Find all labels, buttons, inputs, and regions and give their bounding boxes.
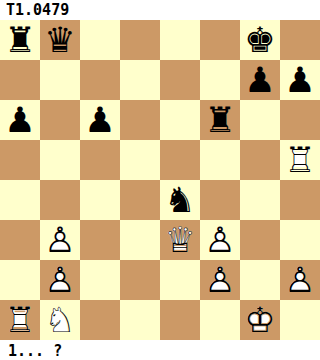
move-prompt: 1... ?: [0, 340, 320, 360]
piece-glyph: ♚: [240, 20, 280, 60]
square-d3[interactable]: [120, 220, 160, 260]
square-d6[interactable]: [120, 100, 160, 140]
white-knight[interactable]: ♞♘: [40, 300, 80, 340]
square-f1[interactable]: [200, 300, 240, 340]
square-h4[interactable]: [280, 180, 320, 220]
square-h7[interactable]: ♟: [280, 60, 320, 100]
black-pawn[interactable]: ♟: [0, 100, 40, 140]
white-pawn[interactable]: ♟♙: [200, 220, 240, 260]
black-pawn[interactable]: ♟: [80, 100, 120, 140]
piece-glyph: ♞: [160, 180, 200, 220]
white-pawn[interactable]: ♟♙: [40, 220, 80, 260]
piece-glyph: ♜: [200, 100, 240, 140]
square-f6[interactable]: ♜: [200, 100, 240, 140]
square-d7[interactable]: [120, 60, 160, 100]
square-e3[interactable]: ♛♕: [160, 220, 200, 260]
square-c3[interactable]: [80, 220, 120, 260]
square-f8[interactable]: [200, 20, 240, 60]
square-e6[interactable]: [160, 100, 200, 140]
white-king[interactable]: ♚♔: [240, 300, 280, 340]
square-g5[interactable]: [240, 140, 280, 180]
square-d4[interactable]: [120, 180, 160, 220]
black-knight[interactable]: ♞: [160, 180, 200, 220]
piece-glyph-outline: ♔: [240, 300, 280, 340]
square-b1[interactable]: ♞♘: [40, 300, 80, 340]
square-a6[interactable]: ♟: [0, 100, 40, 140]
piece-glyph-outline: ♕: [160, 220, 200, 260]
square-a7[interactable]: [0, 60, 40, 100]
square-e2[interactable]: [160, 260, 200, 300]
piece-glyph-outline: ♖: [0, 300, 40, 340]
square-a3[interactable]: [0, 220, 40, 260]
square-e4[interactable]: ♞: [160, 180, 200, 220]
square-c8[interactable]: [80, 20, 120, 60]
piece-glyph: ♟: [80, 100, 120, 140]
square-g8[interactable]: ♚: [240, 20, 280, 60]
piece-glyph-outline: ♙: [280, 260, 320, 300]
square-d1[interactable]: [120, 300, 160, 340]
piece-glyph: ♛: [40, 20, 80, 60]
square-a8[interactable]: ♜: [0, 20, 40, 60]
square-e1[interactable]: [160, 300, 200, 340]
square-h3[interactable]: [280, 220, 320, 260]
square-h1[interactable]: [280, 300, 320, 340]
square-e8[interactable]: [160, 20, 200, 60]
square-f2[interactable]: ♟♙: [200, 260, 240, 300]
piece-glyph: ♟: [0, 100, 40, 140]
square-d8[interactable]: [120, 20, 160, 60]
square-f5[interactable]: [200, 140, 240, 180]
square-b2[interactable]: ♟♙: [40, 260, 80, 300]
black-queen[interactable]: ♛: [40, 20, 80, 60]
white-queen[interactable]: ♛♕: [160, 220, 200, 260]
square-a5[interactable]: [0, 140, 40, 180]
square-g3[interactable]: [240, 220, 280, 260]
square-e7[interactable]: [160, 60, 200, 100]
chess-board: ♜♛♚♟♟♟♟♜♜♖♞♟♙♛♕♟♙♟♙♟♙♟♙♜♖♞♘♚♔: [0, 20, 320, 340]
square-b8[interactable]: ♛: [40, 20, 80, 60]
square-c7[interactable]: [80, 60, 120, 100]
white-rook[interactable]: ♜♖: [0, 300, 40, 340]
square-h2[interactable]: ♟♙: [280, 260, 320, 300]
square-c6[interactable]: ♟: [80, 100, 120, 140]
square-g7[interactable]: ♟: [240, 60, 280, 100]
square-c4[interactable]: [80, 180, 120, 220]
piece-glyph-outline: ♘: [40, 300, 80, 340]
black-rook[interactable]: ♜: [200, 100, 240, 140]
piece-glyph-outline: ♙: [40, 260, 80, 300]
piece-glyph: ♟: [240, 60, 280, 100]
piece-glyph: ♟: [280, 60, 320, 100]
black-king[interactable]: ♚: [240, 20, 280, 60]
square-c1[interactable]: [80, 300, 120, 340]
piece-glyph-outline: ♖: [280, 140, 320, 180]
square-g6[interactable]: [240, 100, 280, 140]
square-a1[interactable]: ♜♖: [0, 300, 40, 340]
black-pawn[interactable]: ♟: [240, 60, 280, 100]
piece-glyph-outline: ♙: [200, 260, 240, 300]
square-b3[interactable]: ♟♙: [40, 220, 80, 260]
square-b6[interactable]: [40, 100, 80, 140]
square-d2[interactable]: [120, 260, 160, 300]
square-e5[interactable]: [160, 140, 200, 180]
square-g2[interactable]: [240, 260, 280, 300]
piece-glyph: ♜: [0, 20, 40, 60]
square-g4[interactable]: [240, 180, 280, 220]
black-pawn[interactable]: ♟: [280, 60, 320, 100]
square-h5[interactable]: ♜♖: [280, 140, 320, 180]
puzzle-id: T1.0479: [0, 0, 320, 20]
square-f7[interactable]: [200, 60, 240, 100]
black-rook[interactable]: ♜: [0, 20, 40, 60]
square-a4[interactable]: [0, 180, 40, 220]
square-c5[interactable]: [80, 140, 120, 180]
square-a2[interactable]: [0, 260, 40, 300]
piece-glyph-outline: ♙: [200, 220, 240, 260]
square-c2[interactable]: [80, 260, 120, 300]
square-b7[interactable]: [40, 60, 80, 100]
square-h6[interactable]: [280, 100, 320, 140]
square-g1[interactable]: ♚♔: [240, 300, 280, 340]
square-b4[interactable]: [40, 180, 80, 220]
square-f4[interactable]: [200, 180, 240, 220]
square-h8[interactable]: [280, 20, 320, 60]
square-f3[interactable]: ♟♙: [200, 220, 240, 260]
white-pawn[interactable]: ♟♙: [280, 260, 320, 300]
square-b5[interactable]: [40, 140, 80, 180]
white-pawn[interactable]: ♟♙: [40, 260, 80, 300]
white-pawn[interactable]: ♟♙: [200, 260, 240, 300]
white-rook[interactable]: ♜♖: [280, 140, 320, 180]
square-d5[interactable]: [120, 140, 160, 180]
piece-glyph-outline: ♙: [40, 220, 80, 260]
